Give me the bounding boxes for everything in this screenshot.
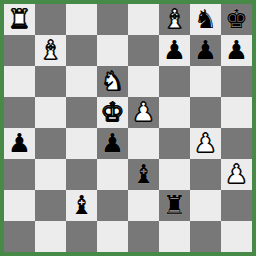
black-bishop: ♝: [70, 190, 93, 221]
square-g4[interactable]: ♟: [190, 128, 221, 159]
square-g3[interactable]: [190, 159, 221, 190]
square-a8[interactable]: ♜: [4, 4, 35, 35]
square-h2[interactable]: [221, 190, 252, 221]
black-pawn: ♟: [163, 35, 186, 66]
square-g7[interactable]: ♟: [190, 35, 221, 66]
square-d1[interactable]: [97, 221, 128, 252]
square-g5[interactable]: [190, 97, 221, 128]
square-e3[interactable]: ♝: [128, 159, 159, 190]
square-c4[interactable]: [66, 128, 97, 159]
white-pawn: ♟: [132, 97, 155, 128]
square-g6[interactable]: [190, 66, 221, 97]
black-knight: ♞: [194, 4, 217, 35]
square-b2[interactable]: [35, 190, 66, 221]
board-frame: ♜♝♞♚♝♟♟♟♞♚♟♟♟♟♝♟♝♜: [0, 0, 256, 256]
square-b7[interactable]: ♝: [35, 35, 66, 66]
square-e8[interactable]: [128, 4, 159, 35]
square-g1[interactable]: [190, 221, 221, 252]
square-e5[interactable]: ♟: [128, 97, 159, 128]
square-h6[interactable]: [221, 66, 252, 97]
square-f8[interactable]: ♝: [159, 4, 190, 35]
square-b3[interactable]: [35, 159, 66, 190]
square-d8[interactable]: [97, 4, 128, 35]
black-bishop: ♝: [132, 159, 155, 190]
square-f7[interactable]: ♟: [159, 35, 190, 66]
white-rook: ♜: [8, 4, 31, 35]
square-b8[interactable]: [35, 4, 66, 35]
black-pawn: ♟: [8, 128, 31, 159]
white-bishop: ♝: [39, 35, 62, 66]
square-h1[interactable]: [221, 221, 252, 252]
square-c1[interactable]: [66, 221, 97, 252]
square-f4[interactable]: [159, 128, 190, 159]
square-f1[interactable]: [159, 221, 190, 252]
square-c7[interactable]: [66, 35, 97, 66]
black-pawn: ♟: [101, 128, 124, 159]
square-b4[interactable]: [35, 128, 66, 159]
square-f3[interactable]: [159, 159, 190, 190]
black-king: ♚: [225, 4, 248, 35]
white-bishop: ♝: [163, 4, 186, 35]
square-b5[interactable]: [35, 97, 66, 128]
white-knight: ♞: [101, 66, 124, 97]
chess-board: ♜♝♞♚♝♟♟♟♞♚♟♟♟♟♝♟♝♜: [4, 4, 252, 252]
square-d3[interactable]: [97, 159, 128, 190]
square-d2[interactable]: [97, 190, 128, 221]
square-c3[interactable]: [66, 159, 97, 190]
white-pawn: ♟: [194, 128, 217, 159]
square-h8[interactable]: ♚: [221, 4, 252, 35]
square-e1[interactable]: [128, 221, 159, 252]
square-c6[interactable]: [66, 66, 97, 97]
square-e6[interactable]: [128, 66, 159, 97]
square-f5[interactable]: [159, 97, 190, 128]
square-d7[interactable]: [97, 35, 128, 66]
square-c5[interactable]: [66, 97, 97, 128]
square-a3[interactable]: [4, 159, 35, 190]
square-a5[interactable]: [4, 97, 35, 128]
square-a4[interactable]: ♟: [4, 128, 35, 159]
square-e7[interactable]: [128, 35, 159, 66]
square-a6[interactable]: [4, 66, 35, 97]
black-pawn: ♟: [225, 35, 248, 66]
square-g8[interactable]: ♞: [190, 4, 221, 35]
square-h7[interactable]: ♟: [221, 35, 252, 66]
square-e4[interactable]: [128, 128, 159, 159]
square-h3[interactable]: ♟: [221, 159, 252, 190]
black-rook: ♜: [163, 190, 186, 221]
black-pawn: ♟: [194, 35, 217, 66]
square-a7[interactable]: [4, 35, 35, 66]
square-g2[interactable]: [190, 190, 221, 221]
white-king: ♚: [101, 97, 124, 128]
square-b1[interactable]: [35, 221, 66, 252]
square-e2[interactable]: [128, 190, 159, 221]
square-c2[interactable]: ♝: [66, 190, 97, 221]
square-f2[interactable]: ♜: [159, 190, 190, 221]
square-a1[interactable]: [4, 221, 35, 252]
square-h4[interactable]: [221, 128, 252, 159]
square-b6[interactable]: [35, 66, 66, 97]
square-d5[interactable]: ♚: [97, 97, 128, 128]
square-c8[interactable]: [66, 4, 97, 35]
square-h5[interactable]: [221, 97, 252, 128]
square-a2[interactable]: [4, 190, 35, 221]
square-d6[interactable]: ♞: [97, 66, 128, 97]
white-pawn: ♟: [225, 159, 248, 190]
square-f6[interactable]: [159, 66, 190, 97]
square-d4[interactable]: ♟: [97, 128, 128, 159]
